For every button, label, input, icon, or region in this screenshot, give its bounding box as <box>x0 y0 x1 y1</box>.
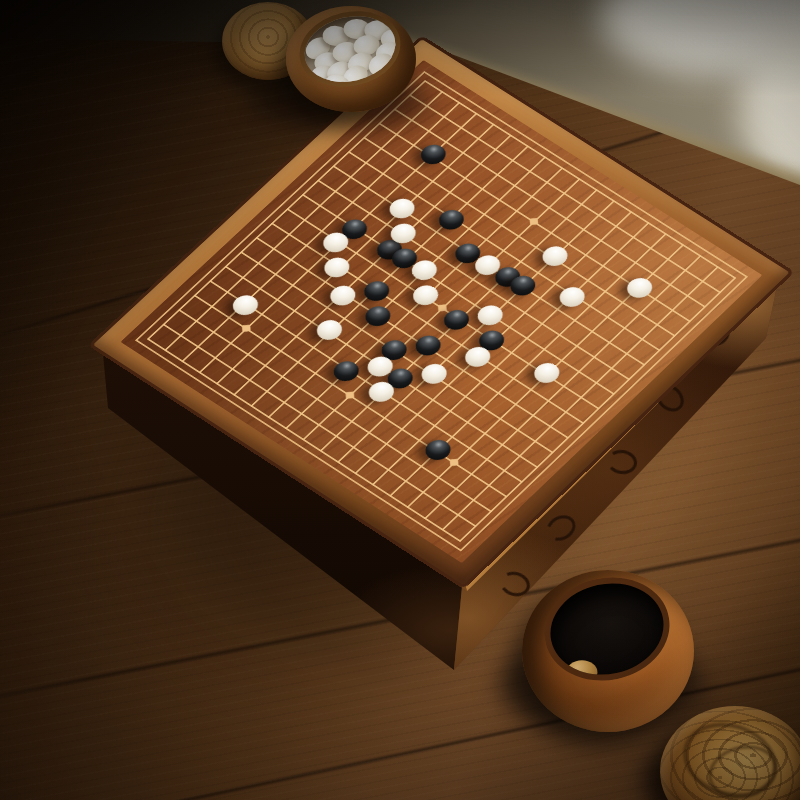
white-stone[interactable] <box>408 281 443 309</box>
white-stone[interactable] <box>384 194 419 221</box>
tan-bowl-stone <box>566 660 597 684</box>
white-stone[interactable] <box>319 253 354 280</box>
black-stone[interactable] <box>434 206 469 233</box>
black-stone[interactable] <box>360 302 395 330</box>
white-stone[interactable] <box>325 281 360 309</box>
white-stone[interactable] <box>529 359 564 387</box>
go-scene: Overhead angled photo of a rosewood 19x1… <box>0 0 800 800</box>
black-stone[interactable] <box>420 435 455 463</box>
black-stone-bowl[interactable] <box>522 570 694 732</box>
white-stone[interactable] <box>555 283 590 311</box>
white-stone[interactable] <box>473 301 508 329</box>
black-stone[interactable] <box>416 140 451 167</box>
black-stone[interactable] <box>328 357 363 385</box>
white-stone[interactable] <box>622 274 657 302</box>
white-stone-bowl[interactable] <box>286 6 416 112</box>
white-stone[interactable] <box>228 291 263 319</box>
black-stone[interactable] <box>439 306 474 334</box>
white-stone[interactable] <box>537 242 572 269</box>
black-stone[interactable] <box>410 331 445 359</box>
white-stone[interactable] <box>416 360 451 388</box>
white-stone[interactable] <box>312 316 347 344</box>
black-bowl-opening <box>535 566 679 692</box>
black-stone[interactable] <box>359 277 394 305</box>
